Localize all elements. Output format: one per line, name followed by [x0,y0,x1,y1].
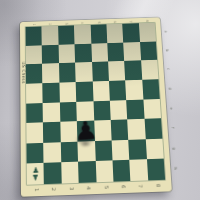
board-square-g1[interactable] [130,160,148,181]
board-square-f8[interactable] [106,24,123,43]
board-square-b5[interactable] [43,83,60,103]
board-square-f7[interactable] [107,42,124,61]
board-square-a2[interactable] [27,143,44,164]
board-square-b6[interactable] [42,63,59,83]
board-square-b2[interactable] [44,142,61,163]
board-square-g5[interactable] [125,80,143,100]
board-square-b1[interactable] [44,163,62,185]
board-square-d7[interactable] [75,43,92,62]
board-square-c1[interactable] [61,162,79,184]
brand-logo-icon: ♟ ♟ [28,163,44,185]
board-square-h3[interactable] [144,118,162,139]
board-square-h5[interactable] [142,79,160,99]
board-square-e7[interactable] [91,43,108,62]
board-square-b3[interactable] [43,122,60,143]
board-square-e8[interactable] [90,24,107,43]
board-square-h2[interactable] [145,138,163,159]
board-square-f2[interactable] [111,140,129,161]
photo-scene: 12345678 12345678 abcdefgh abcdefgh US C… [0,0,200,200]
board-square-h6[interactable] [141,60,159,80]
board-square-a7[interactable] [26,45,43,64]
board-square-h7[interactable] [140,41,157,60]
board-square-a5[interactable] [26,83,43,103]
board-square-f3[interactable] [111,119,129,140]
board-square-h8[interactable] [139,23,156,42]
board-square-f1[interactable] [112,160,130,181]
board-square-a4[interactable] [26,103,43,123]
board-square-a6[interactable] [26,64,43,84]
board-square-b8[interactable] [42,26,59,45]
board-square-b4[interactable] [43,102,60,122]
board-square-b7[interactable] [42,44,59,63]
chessboard-wrap: 12345678 12345678 abcdefgh abcdefgh US C… [20,17,172,196]
board-square-d5[interactable] [76,81,93,101]
board-square-c8[interactable] [58,25,75,44]
chessboard: 12345678 12345678 abcdefgh abcdefgh US C… [20,17,172,196]
board-square-g6[interactable] [124,61,142,81]
board-square-a3[interactable] [26,122,43,143]
board-grid: ♟ ♟ ♟ [26,23,165,185]
board-square-c5[interactable] [59,82,76,102]
board-square-f4[interactable] [110,100,128,120]
board-square-g8[interactable] [122,23,139,42]
board-square-g4[interactable] [126,99,144,119]
board-square-e6[interactable] [92,62,109,82]
board-square-e1[interactable] [95,161,113,182]
board-square-g7[interactable] [123,42,140,61]
board-square-d6[interactable] [75,62,92,82]
board-square-f6[interactable] [108,61,125,81]
inverted-pawn-icon: ♟ [32,174,39,180]
board-square-c7[interactable] [58,44,75,63]
board-square-d1[interactable] [78,161,96,183]
board-square-a8[interactable] [26,26,42,45]
brand-text: US Chess [21,62,26,84]
board-square-c6[interactable] [59,63,76,83]
board-square-g3[interactable] [127,119,145,140]
board-square-d8[interactable] [74,25,91,44]
board-square-h1[interactable] [147,159,165,180]
board-square-h4[interactable] [143,99,161,119]
board-square-g2[interactable] [128,139,146,160]
board-square-e5[interactable] [92,81,109,101]
black-pawn[interactable]: ♟ [73,117,98,144]
board-square-f5[interactable] [109,80,127,100]
